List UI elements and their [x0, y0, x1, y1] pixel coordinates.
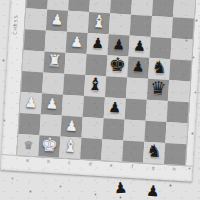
square-f3: [125, 98, 147, 120]
white-pawn: ♟: [45, 95, 58, 110]
square-e3: ♟: [104, 97, 126, 119]
square-g8: [152, 0, 174, 17]
square-e5: ♚: [106, 55, 128, 77]
black-knight: ♞: [146, 142, 162, 160]
square-d3: [83, 96, 105, 118]
square-g1: ♞: [143, 142, 165, 164]
square-d1: [80, 138, 102, 160]
square-h6: [170, 38, 192, 60]
file-label: b: [38, 158, 59, 165]
square-a1: ♛: [17, 134, 39, 156]
square-h4: [168, 80, 190, 102]
square-b1: ♚: [38, 135, 60, 157]
black-pawn: ♟: [112, 36, 125, 51]
square-e2: [102, 118, 124, 140]
square-d4: ♝: [84, 75, 106, 97]
square-e8: [110, 0, 132, 15]
white-pawn: ♟: [50, 12, 63, 27]
play-area: ♟♝♟♟♟♟♜♚♟♞♝♛♟♟♟♟♛♚♝♞: [17, 0, 195, 165]
square-f7: [130, 15, 152, 37]
square-a4: [21, 71, 43, 93]
board-crown-emblem: ♛: [23, 138, 34, 152]
black-pawn: ♟: [91, 35, 104, 50]
square-f6: ♟: [128, 36, 150, 58]
square-f1: [122, 140, 144, 162]
chess-board: CHESS ♟♝♟♟♟♟♜♚♟♞♝♛♟♟♟♟♛♚♝♞ abcdefgh: [0, 0, 200, 182]
square-h1: [164, 143, 186, 165]
square-d6: ♟: [87, 33, 109, 55]
square-g3: [146, 100, 168, 122]
black-knight: ♞: [151, 58, 167, 76]
square-b7: ♟: [46, 10, 68, 32]
white-pawn: ♟: [65, 118, 78, 133]
black-bishop: ♝: [87, 75, 103, 93]
square-c3: [62, 95, 84, 117]
square-d7: ♝: [88, 12, 110, 34]
black-king: ♚: [108, 54, 126, 74]
white-bishop: ♝: [62, 137, 78, 155]
square-e4: [105, 76, 127, 98]
square-f4: [126, 78, 148, 100]
white-pawn: ♟: [24, 94, 37, 109]
square-b5: ♜: [43, 51, 65, 73]
square-a3: ♟: [20, 92, 42, 114]
square-e7: [109, 13, 131, 35]
dust-specks: [0, 0, 1, 1]
black-pawn: ♟: [132, 59, 145, 74]
file-label: a: [17, 157, 38, 164]
square-h8: [173, 0, 195, 18]
square-c6: ♟: [66, 32, 88, 54]
white-bishop: ♝: [91, 12, 107, 30]
square-b4: [42, 72, 64, 94]
square-g7: [151, 16, 173, 38]
square-f2: [123, 119, 145, 141]
square-h3: [167, 101, 189, 123]
square-c7: [67, 11, 89, 33]
file-label: d: [80, 161, 101, 168]
file-label: f: [122, 163, 143, 170]
square-g4: ♛: [147, 79, 169, 101]
black-pawn: ♟: [133, 38, 146, 53]
captured-black-pawn: ♟: [145, 183, 160, 199]
black-pawn: ♟: [108, 99, 121, 114]
square-f5: ♟: [127, 57, 149, 79]
white-rook: ♜: [47, 52, 62, 69]
board-photo: CHESS ♟♝♟♟♟♟♜♚♟♞♝♛♟♟♟♟♛♚♝♞ abcdefgh ♟♟: [0, 0, 200, 200]
file-label: e: [101, 162, 122, 169]
square-c4: [63, 74, 85, 96]
captured-black-pawn: ♟: [113, 181, 127, 197]
square-a5: [22, 50, 44, 72]
square-h2: [165, 122, 187, 144]
square-h5: [169, 59, 191, 81]
square-a2: [19, 113, 41, 135]
black-queen: ♛: [150, 78, 167, 97]
square-e1: [101, 139, 123, 161]
square-h7: [172, 17, 194, 39]
white-pawn: ♟: [70, 34, 83, 49]
square-c1: ♝: [59, 137, 81, 159]
file-label: c: [59, 160, 80, 167]
square-f8: [131, 0, 153, 16]
file-label: g: [143, 165, 164, 172]
square-a7: [25, 8, 47, 30]
board-brand-text: CHESS: [13, 14, 19, 34]
square-c5: [64, 53, 86, 75]
square-d2: [81, 117, 103, 139]
square-b3: ♟: [41, 93, 63, 115]
white-king: ♚: [40, 134, 58, 154]
square-a6: [24, 29, 46, 51]
file-label: h: [164, 166, 185, 173]
